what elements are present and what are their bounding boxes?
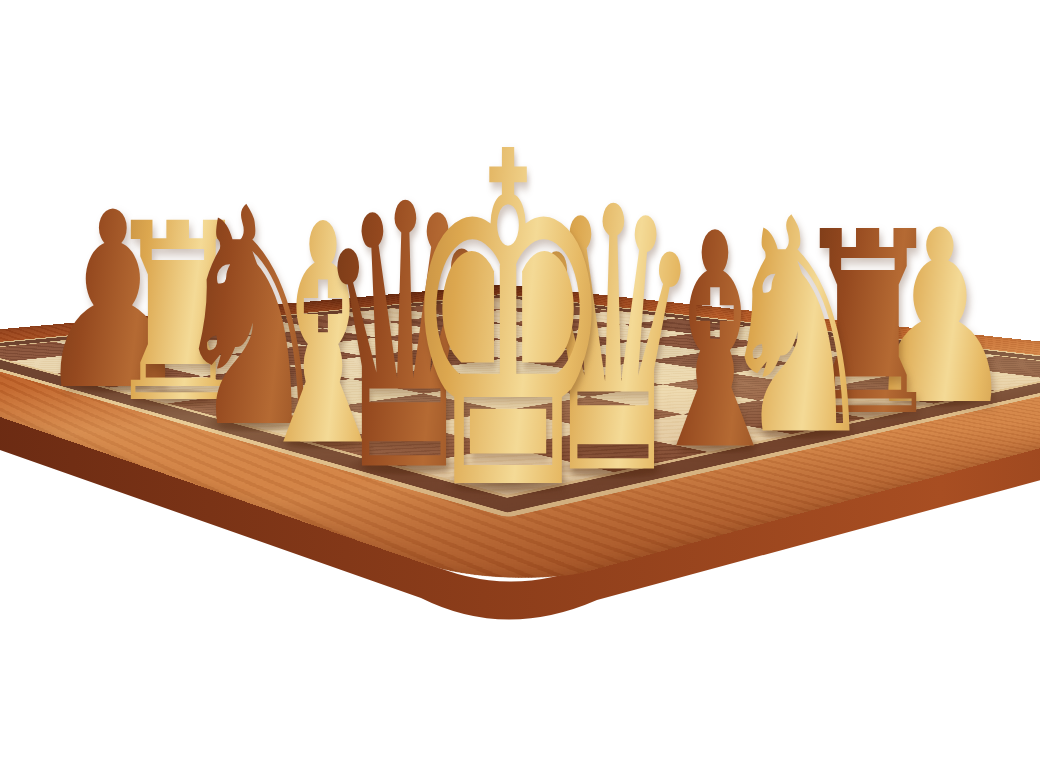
pieces-layer: ♟♜♞♝♛♚♛♝♞♜♟ [0, 0, 1040, 780]
chess-set-photo-scene: ♟♜♞♝♛♚♛♝♞♜♟ [0, 0, 1040, 780]
piece-white-king-h1[interactable]: ♚ [401, 94, 615, 554]
